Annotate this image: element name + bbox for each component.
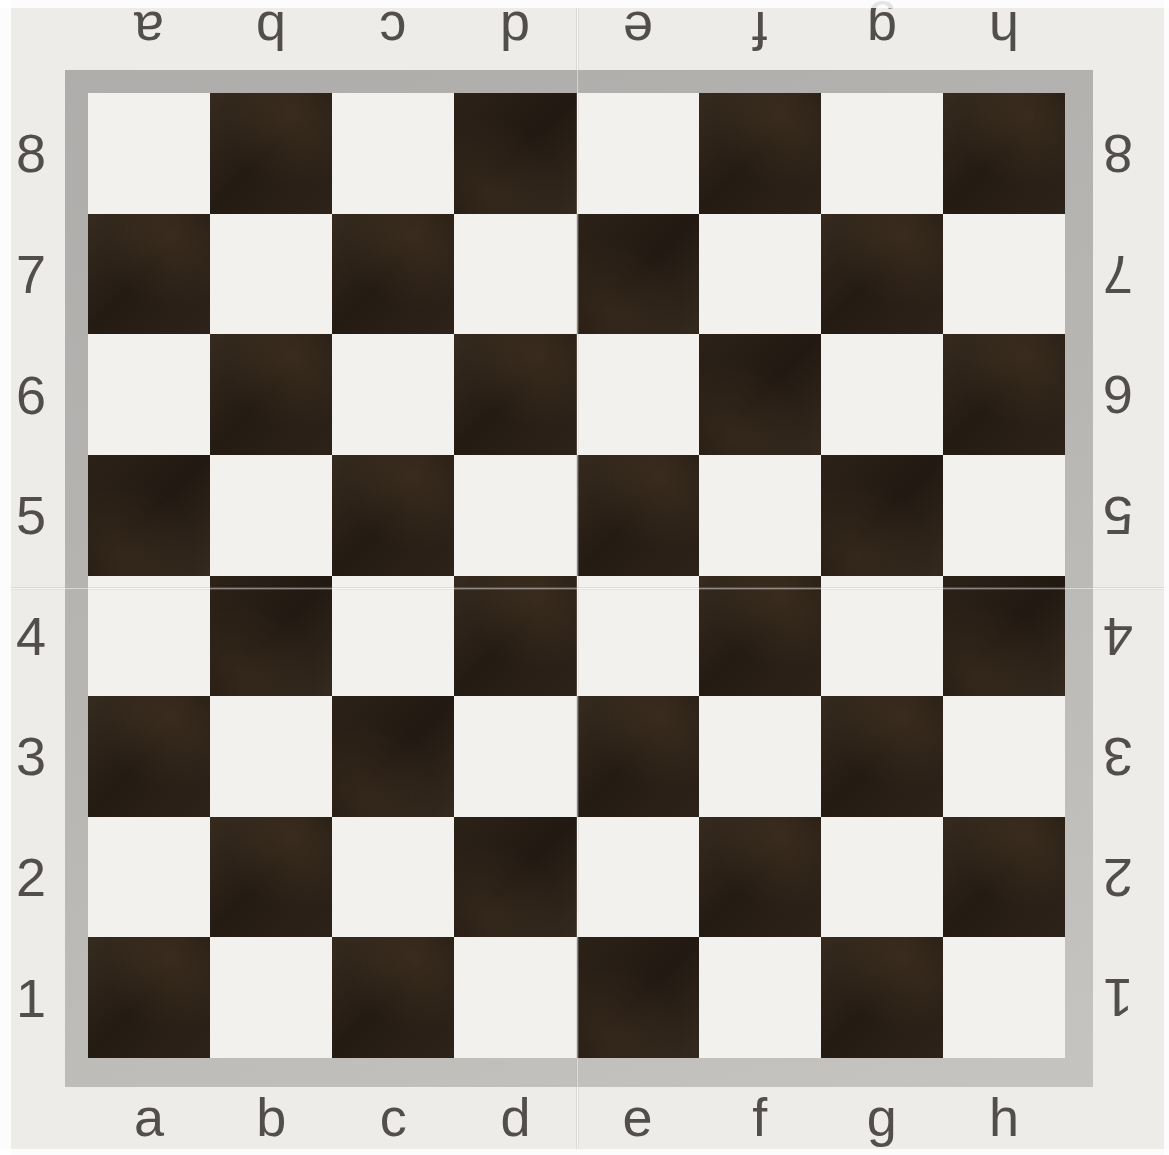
square-c6[interactable] (332, 334, 454, 455)
rank-label-8-right: 8 (1087, 93, 1149, 214)
rank-label-4-right: 4 (1087, 576, 1149, 697)
square-d2[interactable] (454, 817, 576, 938)
rank-label-2-right: 2 (1087, 817, 1149, 938)
square-f5[interactable] (699, 455, 821, 576)
square-e8[interactable] (577, 93, 699, 214)
square-h6[interactable] (943, 334, 1065, 455)
square-c1[interactable] (332, 937, 454, 1058)
photo-edge-right (1164, 0, 1169, 1155)
square-f8[interactable] (699, 93, 821, 214)
square-d1[interactable] (454, 937, 576, 1058)
file-label-d-bottom: d (454, 1086, 576, 1148)
square-e5[interactable] (577, 455, 699, 576)
file-label-h-top: h (943, 0, 1065, 62)
file-label-g-top: g (821, 0, 943, 62)
square-g3[interactable] (821, 696, 943, 817)
file-label-d-top: d (454, 0, 576, 62)
square-b6[interactable] (210, 334, 332, 455)
square-d6[interactable] (454, 334, 576, 455)
square-c7[interactable] (332, 214, 454, 335)
file-label-f-top: f (699, 0, 821, 62)
square-g7[interactable] (821, 214, 943, 335)
square-e3[interactable] (577, 696, 699, 817)
file-label-g-bottom: g (821, 1086, 943, 1148)
file-label-f-bottom: f (699, 1086, 821, 1148)
photo-edge-left (0, 0, 11, 1155)
square-b3[interactable] (210, 696, 332, 817)
square-f2[interactable] (699, 817, 821, 938)
square-b4[interactable] (210, 576, 332, 697)
square-g1[interactable] (821, 937, 943, 1058)
chess-board (88, 93, 1065, 1058)
square-a3[interactable] (88, 696, 210, 817)
square-f4[interactable] (699, 576, 821, 697)
file-label-c-top: c (332, 0, 454, 62)
rank-label-3-right: 3 (1087, 696, 1149, 817)
file-label-e-top: e (577, 0, 699, 62)
square-e6[interactable] (577, 334, 699, 455)
square-d3[interactable] (454, 696, 576, 817)
square-h4[interactable] (943, 576, 1065, 697)
file-labels-top: abcdefgh (88, 0, 1065, 62)
square-g8[interactable] (821, 93, 943, 214)
square-e7[interactable] (577, 214, 699, 335)
file-label-h-bottom: h (943, 1086, 1065, 1148)
file-label-e-bottom: e (577, 1086, 699, 1148)
square-a6[interactable] (88, 334, 210, 455)
file-labels-bottom: abcdefgh (88, 1086, 1065, 1148)
square-g4[interactable] (821, 576, 943, 697)
square-b1[interactable] (210, 937, 332, 1058)
square-a1[interactable] (88, 937, 210, 1058)
square-b5[interactable] (210, 455, 332, 576)
board-photo: abcdefgh abcdefgh 87654321 87654321 (0, 0, 1169, 1155)
rank-labels-right: 87654321 (1087, 93, 1149, 1058)
square-a5[interactable] (88, 455, 210, 576)
rank-label-1-right: 1 (1087, 937, 1149, 1058)
square-g6[interactable] (821, 334, 943, 455)
square-c2[interactable] (332, 817, 454, 938)
file-label-a-top: a (88, 0, 210, 62)
square-b8[interactable] (210, 93, 332, 214)
square-b2[interactable] (210, 817, 332, 938)
square-h8[interactable] (943, 93, 1065, 214)
square-f7[interactable] (699, 214, 821, 335)
square-c4[interactable] (332, 576, 454, 697)
square-g2[interactable] (821, 817, 943, 938)
square-c8[interactable] (332, 93, 454, 214)
square-e2[interactable] (577, 817, 699, 938)
file-label-a-bottom: a (88, 1086, 210, 1148)
square-c5[interactable] (332, 455, 454, 576)
square-e4[interactable] (577, 576, 699, 697)
square-d7[interactable] (454, 214, 576, 335)
square-c3[interactable] (332, 696, 454, 817)
square-d8[interactable] (454, 93, 576, 214)
square-a7[interactable] (88, 214, 210, 335)
square-a4[interactable] (88, 576, 210, 697)
rank-label-7-right: 7 (1087, 214, 1149, 335)
square-d5[interactable] (454, 455, 576, 576)
rank-label-5-right: 5 (1087, 455, 1149, 576)
photo-edge-bottom (0, 1149, 1169, 1155)
square-f1[interactable] (699, 937, 821, 1058)
square-a8[interactable] (88, 93, 210, 214)
square-b7[interactable] (210, 214, 332, 335)
square-h5[interactable] (943, 455, 1065, 576)
square-a2[interactable] (88, 817, 210, 938)
square-h7[interactable] (943, 214, 1065, 335)
square-h3[interactable] (943, 696, 1065, 817)
square-f6[interactable] (699, 334, 821, 455)
square-g5[interactable] (821, 455, 943, 576)
square-f3[interactable] (699, 696, 821, 817)
square-h1[interactable] (943, 937, 1065, 1058)
file-label-b-top: b (210, 0, 332, 62)
rank-label-6-right: 6 (1087, 334, 1149, 455)
photo-edge-top (0, 0, 1169, 8)
file-label-c-bottom: c (332, 1086, 454, 1148)
square-h2[interactable] (943, 817, 1065, 938)
file-label-b-bottom: b (210, 1086, 332, 1148)
square-d4[interactable] (454, 576, 576, 697)
square-e1[interactable] (577, 937, 699, 1058)
